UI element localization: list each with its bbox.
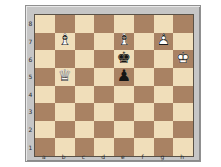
square-a4[interactable] xyxy=(35,86,55,104)
piece-white-fill: ♝ xyxy=(117,33,131,49)
square-d5[interactable] xyxy=(94,68,114,86)
square-c7[interactable] xyxy=(75,33,95,51)
rank-labels: 87654321 xyxy=(27,14,34,155)
square-e4[interactable] xyxy=(114,86,134,104)
square-e5[interactable]: ♟ xyxy=(114,68,134,86)
square-f2[interactable] xyxy=(134,121,154,139)
chess-board[interactable]: ♗♝♗♝♙♟♚♔♚♕♛♟ xyxy=(34,14,194,157)
square-g5[interactable] xyxy=(154,68,174,86)
square-g6[interactable] xyxy=(154,50,174,68)
square-h3[interactable] xyxy=(173,103,193,121)
square-d7[interactable] xyxy=(94,33,114,51)
piece-white-fill: ♛ xyxy=(57,68,71,84)
rank-label-1: 1 xyxy=(27,138,34,156)
square-e7[interactable]: ♗♝ xyxy=(114,33,134,51)
piece-white-king[interactable]: ♔♚ xyxy=(176,50,190,66)
file-labels: abcdefgh xyxy=(34,153,192,160)
square-h8[interactable] xyxy=(173,15,193,33)
square-g7[interactable]: ♙♟ xyxy=(154,33,174,51)
board-frame: 87654321 ♗♝♗♝♙♟♚♔♚♕♛♟ abcdefgh xyxy=(25,5,201,162)
file-label-c: c xyxy=(74,153,94,160)
square-d4[interactable] xyxy=(94,86,114,104)
square-h6[interactable]: ♔♚ xyxy=(173,50,193,68)
square-e6[interactable]: ♚ xyxy=(114,50,134,68)
square-e8[interactable] xyxy=(114,15,134,33)
rank-label-4: 4 xyxy=(27,86,34,104)
square-c2[interactable] xyxy=(75,121,95,139)
piece-black-king[interactable]: ♚ xyxy=(117,50,131,66)
square-c5[interactable] xyxy=(75,68,95,86)
square-f8[interactable] xyxy=(134,15,154,33)
file-label-h: h xyxy=(172,153,192,160)
square-d2[interactable] xyxy=(94,121,114,139)
file-label-b: b xyxy=(54,153,74,160)
square-g3[interactable] xyxy=(154,103,174,121)
chess-app-canvas: 87654321 ♗♝♗♝♙♟♚♔♚♕♛♟ abcdefgh xyxy=(0,0,221,167)
square-b8[interactable] xyxy=(55,15,75,33)
square-b4[interactable] xyxy=(55,86,75,104)
rank-label-8: 8 xyxy=(27,15,34,33)
piece-white-fill: ♟ xyxy=(156,33,170,49)
square-a7[interactable] xyxy=(35,33,55,51)
piece-white-bishop[interactable]: ♗♝ xyxy=(57,33,71,49)
rank-label-7: 7 xyxy=(27,33,34,51)
square-g4[interactable] xyxy=(154,86,174,104)
square-g8[interactable] xyxy=(154,15,174,33)
square-f5[interactable] xyxy=(134,68,154,86)
square-h2[interactable] xyxy=(173,121,193,139)
file-label-g: g xyxy=(153,153,173,160)
square-b5[interactable]: ♕♛ xyxy=(55,68,75,86)
square-a5[interactable] xyxy=(35,68,55,86)
square-f7[interactable] xyxy=(134,33,154,51)
square-g2[interactable] xyxy=(154,121,174,139)
square-c6[interactable] xyxy=(75,50,95,68)
square-a8[interactable] xyxy=(35,15,55,33)
rank-label-3: 3 xyxy=(27,103,34,121)
square-e3[interactable] xyxy=(114,103,134,121)
square-a3[interactable] xyxy=(35,103,55,121)
square-f4[interactable] xyxy=(134,86,154,104)
square-d3[interactable] xyxy=(94,103,114,121)
file-label-e: e xyxy=(113,153,133,160)
square-h5[interactable] xyxy=(173,68,193,86)
square-d8[interactable] xyxy=(94,15,114,33)
square-a6[interactable] xyxy=(35,50,55,68)
square-c4[interactable] xyxy=(75,86,95,104)
file-label-f: f xyxy=(133,153,153,160)
square-d6[interactable] xyxy=(94,50,114,68)
square-f3[interactable] xyxy=(134,103,154,121)
square-b7[interactable]: ♗♝ xyxy=(55,33,75,51)
file-label-d: d xyxy=(93,153,113,160)
square-h7[interactable] xyxy=(173,33,193,51)
square-c8[interactable] xyxy=(75,15,95,33)
file-label-a: a xyxy=(34,153,54,160)
rank-label-2: 2 xyxy=(27,121,34,139)
square-f6[interactable] xyxy=(134,50,154,68)
rank-label-5: 5 xyxy=(27,68,34,86)
piece-white-fill: ♚ xyxy=(176,50,190,66)
piece-white-pawn[interactable]: ♙♟ xyxy=(156,33,170,49)
square-c3[interactable] xyxy=(75,103,95,121)
square-e2[interactable] xyxy=(114,121,134,139)
rank-label-6: 6 xyxy=(27,50,34,68)
square-b6[interactable] xyxy=(55,50,75,68)
piece-white-bishop[interactable]: ♗♝ xyxy=(117,33,131,49)
square-a2[interactable] xyxy=(35,121,55,139)
square-b3[interactable] xyxy=(55,103,75,121)
square-b2[interactable] xyxy=(55,121,75,139)
square-h4[interactable] xyxy=(173,86,193,104)
piece-black-pawn[interactable]: ♟ xyxy=(117,68,131,84)
piece-white-fill: ♝ xyxy=(57,33,71,49)
piece-white-queen[interactable]: ♕♛ xyxy=(57,68,71,84)
